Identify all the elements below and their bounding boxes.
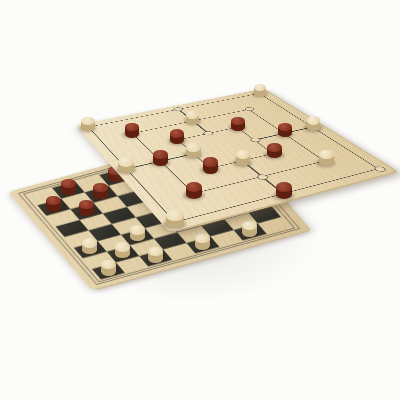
piece-face	[307, 116, 321, 124]
piece-face	[203, 157, 218, 166]
piece-face	[186, 111, 199, 119]
piece-face	[125, 123, 139, 132]
piece-face	[186, 143, 201, 152]
morris-piece-red-b6[interactable]	[125, 123, 139, 138]
morris-piece-red-c3[interactable]	[203, 157, 218, 173]
morris-piece-light-g4[interactable]	[307, 116, 321, 131]
morris-piece-red-f4[interactable]	[278, 123, 292, 138]
piece-face	[278, 123, 292, 132]
piece-face	[153, 150, 168, 159]
piece-face	[118, 157, 133, 166]
morris-pieces-layer	[0, 0, 400, 400]
morris-piece-red-c5[interactable]	[170, 129, 184, 144]
morris-piece-red-e5[interactable]	[231, 117, 245, 132]
piece-face	[319, 150, 334, 159]
morris-piece-light-d3[interactable]	[236, 150, 251, 166]
piece-face	[231, 117, 245, 125]
piece-face	[81, 117, 95, 125]
morris-piece-red-d1[interactable]	[276, 182, 292, 199]
piece-face	[267, 143, 282, 152]
morris-piece-light-a7[interactable]	[81, 117, 95, 131]
morris-piece-light-d6[interactable]	[186, 111, 199, 125]
morris-piece-red-b2[interactable]	[186, 182, 202, 199]
morris-piece-light-a1[interactable]	[166, 210, 183, 229]
morris-piece-light-f2[interactable]	[319, 150, 334, 166]
morris-piece-light-a4[interactable]	[118, 157, 133, 173]
piece-face	[186, 182, 202, 192]
morris-piece-light-g7[interactable]	[254, 84, 266, 97]
product-photo-stage	[0, 0, 400, 400]
morris-piece-red-b4[interactable]	[153, 150, 168, 166]
morris-piece-red-e3[interactable]	[267, 143, 282, 159]
piece-face	[166, 210, 183, 221]
morris-piece-light-c4[interactable]	[186, 143, 201, 159]
